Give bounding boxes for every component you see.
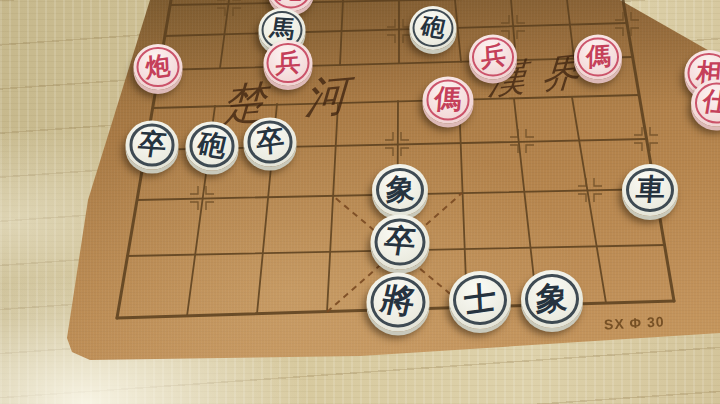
piece-glyph: 象 — [536, 281, 568, 315]
piece-red-兵[interactable]: 兵 — [264, 40, 313, 86]
piece-glyph: 傌 — [433, 86, 462, 113]
piece-glyph: 卒 — [382, 225, 418, 258]
piece-red-傌[interactable]: 傌 — [574, 35, 622, 80]
piece-glyph: 士 — [463, 281, 496, 318]
piece-glyph: 卒 — [255, 125, 284, 157]
piece-red-炮[interactable]: 炮 — [134, 44, 183, 90]
piece-black-士[interactable]: 士 — [449, 271, 511, 329]
piece-glyph: 兵 — [275, 49, 300, 76]
piece-black-卒[interactable]: 卒 — [244, 118, 297, 167]
piece-glyph: 卒 — [136, 129, 168, 159]
photo-scene: 楚河 漢界 SX Φ 30 炮兵炮馬砲兵傌傌卒砲卒象車卒將士象相仕 — [0, 0, 720, 404]
piece-black-將[interactable]: 將 — [367, 273, 430, 332]
piece-glyph: 車 — [634, 175, 666, 204]
piece-black-象[interactable]: 象 — [521, 270, 583, 328]
piece-black-車[interactable]: 車 — [622, 164, 678, 216]
piece-glyph: 砲 — [418, 14, 447, 41]
piece-red-兵[interactable]: 兵 — [469, 35, 517, 80]
piece-black-卒[interactable]: 卒 — [126, 121, 179, 170]
piece-glyph: 兵 — [480, 42, 506, 71]
piece-glyph: 砲 — [195, 130, 229, 161]
piece-glyph: 炮 — [278, 0, 304, 1]
piece-glyph: 炮 — [145, 52, 171, 81]
piece-glyph: 象 — [385, 174, 414, 205]
board-brand-mark: SX Φ 30 — [604, 313, 665, 332]
piece-black-象[interactable]: 象 — [372, 164, 428, 216]
piece-glyph: 馬 — [268, 17, 296, 42]
piece-black-卒[interactable]: 卒 — [371, 215, 430, 270]
piece-glyph: 傌 — [585, 43, 610, 70]
piece-glyph: 仕 — [701, 88, 720, 116]
piece-black-砲[interactable]: 砲 — [410, 6, 457, 50]
piece-red-傌[interactable]: 傌 — [423, 77, 474, 124]
piece-black-砲[interactable]: 砲 — [186, 122, 239, 171]
